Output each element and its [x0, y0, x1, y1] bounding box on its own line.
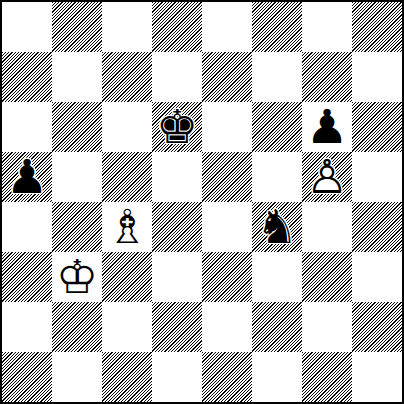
square-g3[interactable] — [302, 252, 352, 302]
square-b7[interactable] — [52, 52, 102, 102]
square-c5[interactable] — [102, 152, 152, 202]
square-b8[interactable] — [52, 2, 102, 52]
square-g2[interactable] — [302, 302, 352, 352]
square-c7[interactable] — [102, 52, 152, 102]
square-e7[interactable] — [202, 52, 252, 102]
square-a5[interactable]: ♟♟ — [2, 152, 52, 202]
square-a3[interactable] — [2, 252, 52, 302]
square-h6[interactable] — [352, 102, 402, 152]
square-d8[interactable] — [152, 2, 202, 52]
piece-black-knight: ♞♞ — [252, 202, 302, 252]
square-c6[interactable] — [102, 102, 152, 152]
piece-black-pawn: ♟♟ — [2, 152, 52, 202]
square-g1[interactable] — [302, 352, 352, 402]
square-h1[interactable] — [352, 352, 402, 402]
square-e3[interactable] — [202, 252, 252, 302]
square-d7[interactable] — [152, 52, 202, 102]
square-e5[interactable] — [202, 152, 252, 202]
square-f1[interactable] — [252, 352, 302, 402]
square-a6[interactable] — [2, 102, 52, 152]
square-e1[interactable] — [202, 352, 252, 402]
chess-board: ♚♚♟♟♟♟♟♙♝♗♞♞♚♔ — [0, 0, 404, 404]
square-d3[interactable] — [152, 252, 202, 302]
piece-black-king: ♚♚ — [152, 102, 202, 152]
square-f4[interactable]: ♞♞ — [252, 202, 302, 252]
square-b5[interactable] — [52, 152, 102, 202]
square-f8[interactable] — [252, 2, 302, 52]
square-g6[interactable]: ♟♟ — [302, 102, 352, 152]
square-c8[interactable] — [102, 2, 152, 52]
square-c4[interactable]: ♝♗ — [102, 202, 152, 252]
square-d4[interactable] — [152, 202, 202, 252]
square-f6[interactable] — [252, 102, 302, 152]
square-d6[interactable]: ♚♚ — [152, 102, 202, 152]
square-b4[interactable] — [52, 202, 102, 252]
square-b1[interactable] — [52, 352, 102, 402]
black-king-icon: ♚ — [156, 102, 198, 152]
square-c2[interactable] — [102, 302, 152, 352]
white-king-icon: ♔ — [56, 252, 98, 302]
square-g4[interactable] — [302, 202, 352, 252]
square-f7[interactable] — [252, 52, 302, 102]
square-h4[interactable] — [352, 202, 402, 252]
square-e2[interactable] — [202, 302, 252, 352]
square-b3[interactable]: ♚♔ — [52, 252, 102, 302]
square-b2[interactable] — [52, 302, 102, 352]
square-h3[interactable] — [352, 252, 402, 302]
square-a1[interactable] — [2, 352, 52, 402]
square-b6[interactable] — [52, 102, 102, 152]
square-d2[interactable] — [152, 302, 202, 352]
square-f2[interactable] — [252, 302, 302, 352]
piece-white-king: ♚♔ — [52, 252, 102, 302]
white-pawn-icon: ♙ — [306, 152, 348, 202]
square-h7[interactable] — [352, 52, 402, 102]
square-a2[interactable] — [2, 302, 52, 352]
square-d5[interactable] — [152, 152, 202, 202]
square-c3[interactable] — [102, 252, 152, 302]
square-a4[interactable] — [2, 202, 52, 252]
square-a8[interactable] — [2, 2, 52, 52]
square-f3[interactable] — [252, 252, 302, 302]
piece-white-pawn: ♟♙ — [302, 152, 352, 202]
square-e6[interactable] — [202, 102, 252, 152]
square-c1[interactable] — [102, 352, 152, 402]
square-g7[interactable] — [302, 52, 352, 102]
square-d1[interactable] — [152, 352, 202, 402]
square-e4[interactable] — [202, 202, 252, 252]
square-a7[interactable] — [2, 52, 52, 102]
square-h2[interactable] — [352, 302, 402, 352]
piece-white-bishop: ♝♗ — [102, 202, 152, 252]
white-bishop-icon: ♗ — [106, 202, 148, 252]
square-f5[interactable] — [252, 152, 302, 202]
square-g5[interactable]: ♟♙ — [302, 152, 352, 202]
black-pawn-icon: ♟ — [6, 152, 48, 202]
square-h5[interactable] — [352, 152, 402, 202]
piece-black-pawn: ♟♟ — [302, 102, 352, 152]
black-pawn-icon: ♟ — [306, 102, 348, 152]
square-g8[interactable] — [302, 2, 352, 52]
square-h8[interactable] — [352, 2, 402, 52]
black-knight-icon: ♞ — [256, 202, 298, 252]
square-e8[interactable] — [202, 2, 252, 52]
